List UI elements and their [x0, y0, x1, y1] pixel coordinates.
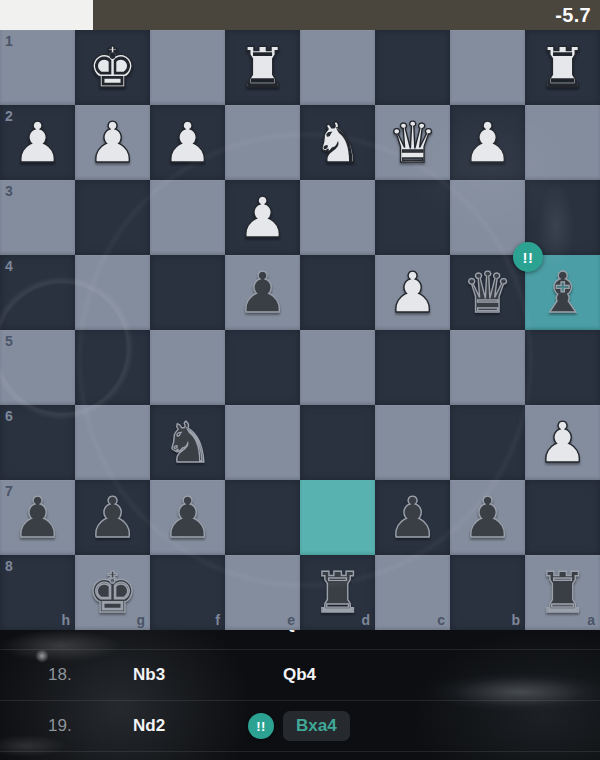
rank-label-2: 2 [5, 108, 13, 124]
square-d4[interactable] [300, 255, 375, 330]
rank-label-4: 4 [5, 258, 13, 274]
square-a6[interactable]: ♟ [525, 405, 600, 480]
square-d2[interactable]: ♞ [300, 105, 375, 180]
square-c6[interactable] [375, 405, 450, 480]
square-g7[interactable]: ♟ [75, 480, 150, 555]
move-list: 17.Nd4Qb618.Nb3Qb419.Nd2!!Bxa4 [0, 630, 600, 760]
square-c1[interactable] [375, 30, 450, 105]
square-d5[interactable] [300, 330, 375, 405]
square-a5[interactable] [525, 330, 600, 405]
white-pawn: ♟ [150, 105, 225, 180]
square-h3[interactable]: 3 [0, 180, 75, 255]
square-c2[interactable]: ♛ [375, 105, 450, 180]
file-label-d: d [361, 612, 370, 628]
square-e2[interactable] [225, 105, 300, 180]
black-pawn: ♟ [225, 255, 300, 330]
square-b6[interactable] [450, 405, 525, 480]
rank-label-6: 6 [5, 408, 13, 424]
square-h8[interactable]: 8h [0, 555, 75, 630]
square-h7[interactable]: ♟7 [0, 480, 75, 555]
square-e8[interactable]: e [225, 555, 300, 630]
square-g2[interactable]: ♟ [75, 105, 150, 180]
file-label-a: a [587, 612, 595, 628]
square-c7[interactable]: ♟ [375, 480, 450, 555]
black-move-san[interactable]: Qb6 [283, 630, 316, 634]
file-label-c: c [437, 612, 445, 628]
square-a2[interactable] [525, 105, 600, 180]
move-number: 17. [48, 630, 133, 634]
move-number: 18. [48, 665, 133, 685]
square-f4[interactable] [150, 255, 225, 330]
brilliant-badge-board: !! [513, 242, 543, 272]
square-b7[interactable]: ♟ [450, 480, 525, 555]
square-g1[interactable]: ♚ [75, 30, 150, 105]
black-pawn: ♟ [75, 480, 150, 555]
square-c8[interactable]: c [375, 555, 450, 630]
black-pawn: ♟ [150, 480, 225, 555]
square-h5[interactable]: 5 [0, 330, 75, 405]
white-pawn: ♟ [225, 180, 300, 255]
rank-label-1: 1 [5, 33, 13, 49]
chess-analysis-screen: -5.7 1♚♜♜♟2♟♟♞♛♟3♟4♟♟♛♝56♞♟♟7♟♟♟♟8h♚gfe♜… [0, 0, 600, 760]
black-pawn: ♟ [450, 480, 525, 555]
file-label-h: h [61, 612, 70, 628]
square-d7[interactable] [300, 480, 375, 555]
square-b2[interactable]: ♟ [450, 105, 525, 180]
square-b8[interactable]: b [450, 555, 525, 630]
square-b5[interactable] [450, 330, 525, 405]
file-label-b: b [511, 612, 520, 628]
square-f1[interactable] [150, 30, 225, 105]
square-c4[interactable]: ♟ [375, 255, 450, 330]
white-queen: ♛ [375, 105, 450, 180]
square-f3[interactable] [150, 180, 225, 255]
rank-label-3: 3 [5, 183, 13, 199]
white-pawn: ♟ [75, 105, 150, 180]
eval-bar-white-section [0, 0, 93, 30]
square-g4[interactable] [75, 255, 150, 330]
selected-move-chip[interactable]: Bxa4 [283, 711, 350, 741]
white-pawn: ♟ [525, 405, 600, 480]
square-c3[interactable] [375, 180, 450, 255]
white-rook: ♜ [525, 30, 600, 105]
white-pawn: ♟ [450, 105, 525, 180]
square-d8[interactable]: ♜d [300, 555, 375, 630]
black-move-san[interactable]: !!Bxa4 [283, 711, 350, 741]
square-d6[interactable] [300, 405, 375, 480]
square-g5[interactable] [75, 330, 150, 405]
square-f2[interactable]: ♟ [150, 105, 225, 180]
square-a1[interactable]: ♜ [525, 30, 600, 105]
square-a7[interactable] [525, 480, 600, 555]
file-label-g: g [136, 612, 145, 628]
file-label-f: f [215, 612, 220, 628]
move-number: 19. [48, 716, 133, 736]
square-h1[interactable]: 1 [0, 30, 75, 105]
file-label-e: e [287, 612, 295, 628]
black-knight: ♞ [150, 405, 225, 480]
square-g3[interactable] [75, 180, 150, 255]
rank-label-5: 5 [5, 333, 13, 349]
square-d1[interactable] [300, 30, 375, 105]
square-f7[interactable]: ♟ [150, 480, 225, 555]
square-h4[interactable]: 4 [0, 255, 75, 330]
square-h2[interactable]: ♟2 [0, 105, 75, 180]
white-knight: ♞ [300, 105, 375, 180]
square-e5[interactable] [225, 330, 300, 405]
square-h6[interactable]: 6 [0, 405, 75, 480]
white-rook: ♜ [225, 30, 300, 105]
square-g6[interactable] [75, 405, 150, 480]
square-e4[interactable]: ♟ [225, 255, 300, 330]
black-queen: ♛ [450, 255, 525, 330]
rank-label-8: 8 [5, 558, 13, 574]
black-move-san[interactable]: Qb4 [283, 665, 316, 685]
square-f6[interactable]: ♞ [150, 405, 225, 480]
white-move-san[interactable]: Nd4 [133, 630, 283, 634]
square-b3[interactable] [450, 180, 525, 255]
square-f8[interactable]: f [150, 555, 225, 630]
square-e1[interactable]: ♜ [225, 30, 300, 105]
square-g8[interactable]: ♚g [75, 555, 150, 630]
rank-label-7: 7 [5, 483, 13, 499]
square-f5[interactable] [150, 330, 225, 405]
square-b1[interactable] [450, 30, 525, 105]
square-a8[interactable]: ♜a [525, 555, 600, 630]
move-row-19: 19.Nd2!!Bxa4 [0, 701, 600, 752]
white-pawn: ♟ [375, 255, 450, 330]
move-row-17: 17.Nd4Qb6 [0, 630, 600, 650]
square-e3[interactable]: ♟ [225, 180, 300, 255]
eval-bar: -5.7 [0, 0, 600, 30]
square-e7[interactable] [225, 480, 300, 555]
square-d3[interactable] [300, 180, 375, 255]
black-pawn: ♟ [375, 480, 450, 555]
square-c5[interactable] [375, 330, 450, 405]
square-b4[interactable]: ♛ [450, 255, 525, 330]
white-king: ♚ [75, 30, 150, 105]
chess-board: 1♚♜♜♟2♟♟♞♛♟3♟4♟♟♛♝56♞♟♟7♟♟♟♟8h♚gfe♜dcb♜a… [0, 30, 600, 630]
white-move-san[interactable]: Nb3 [133, 665, 283, 685]
eval-score: -5.7 [555, 4, 591, 27]
move-row-18: 18.Nb3Qb4 [0, 650, 600, 701]
square-e6[interactable] [225, 405, 300, 480]
brilliant-badge-list: !! [248, 713, 274, 739]
